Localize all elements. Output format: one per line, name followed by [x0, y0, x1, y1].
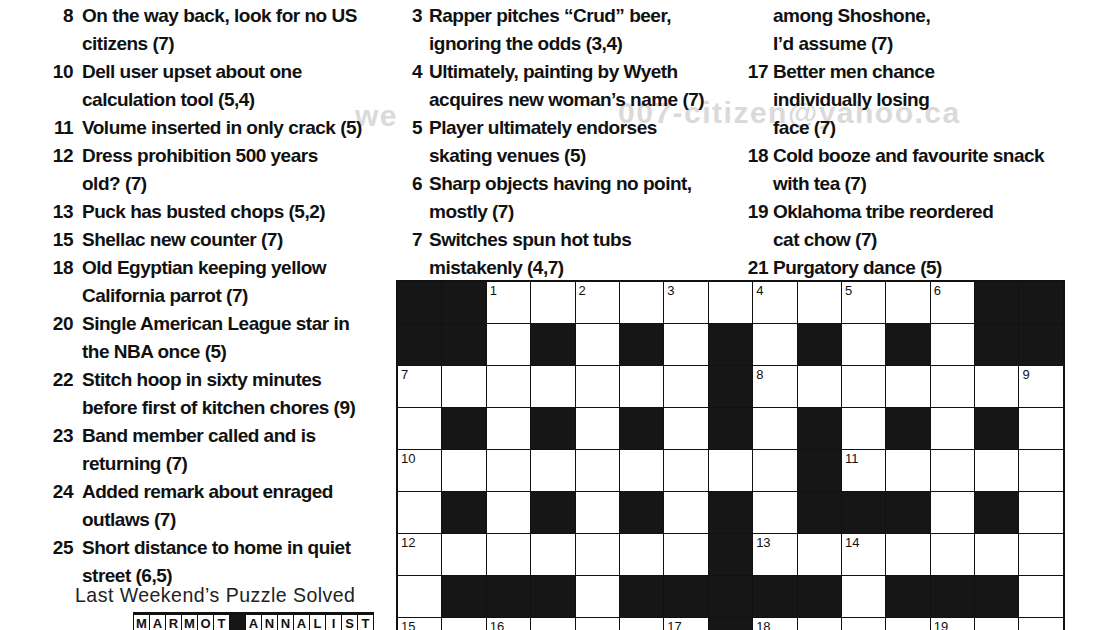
cell-number: 8 — [756, 367, 763, 382]
clue: 5Player ultimately endorsesskating venue… — [395, 114, 704, 170]
clue: 3Rapper pitches “Crud” beer,ignoring the… — [395, 2, 704, 58]
grid-cell[interactable] — [531, 450, 574, 491]
cell-number: 13 — [756, 535, 770, 550]
grid-cell[interactable] — [442, 618, 485, 630]
grid-cell[interactable] — [975, 366, 1018, 407]
grid-cell[interactable] — [442, 366, 485, 407]
solved-cell: L — [310, 615, 325, 630]
grid-cell[interactable] — [398, 576, 441, 617]
grid-cell[interactable] — [886, 450, 929, 491]
clue: 7Switches spun hot tubsmistakenly (4,7) — [395, 226, 704, 282]
clue-number: 10 — [0, 58, 73, 86]
grid-cell[interactable] — [886, 618, 929, 630]
grid-cell-black — [709, 534, 752, 575]
clue-number: 11 — [0, 114, 73, 142]
grid-cell-black — [886, 324, 929, 365]
grid-cell[interactable]: 10 — [398, 450, 441, 491]
grid-cell[interactable] — [442, 534, 485, 575]
cell-number: 15 — [401, 619, 415, 630]
grid-cell-black — [886, 408, 929, 449]
grid-cell[interactable] — [842, 408, 885, 449]
clue: 24Added remark about enragedoutlaws (7) — [0, 478, 362, 534]
grid-cell[interactable] — [931, 450, 974, 491]
grid-cell[interactable] — [531, 366, 574, 407]
grid-cell[interactable] — [442, 450, 485, 491]
down-clues-right-column: among Shoshone,I’d assume (7)17Better me… — [735, 2, 1044, 282]
grid-cell-black — [531, 408, 574, 449]
grid-cell[interactable] — [664, 408, 707, 449]
grid-cell[interactable] — [886, 282, 929, 323]
clue-text: Puck has busted chops (5,2) — [82, 198, 325, 226]
clue: 8On the way back, look for no UScitizens… — [0, 2, 362, 58]
grid-cell[interactable] — [1019, 450, 1062, 491]
grid-cell-black — [842, 492, 885, 533]
grid-cell[interactable]: 17 — [664, 618, 707, 630]
clue-text: Switches spun hot tubsmistakenly (4,7) — [429, 226, 631, 282]
grid-cell[interactable] — [842, 366, 885, 407]
clue-text: Rapper pitches “Crud” beer,ignoring the … — [429, 2, 671, 58]
solved-cell: O — [198, 615, 213, 630]
solved-cell: R — [166, 615, 181, 630]
solved-cell: N — [262, 615, 277, 630]
clue: 21Purgatory dance (5) — [735, 254, 1044, 282]
grid-cell[interactable] — [576, 324, 619, 365]
grid-cell[interactable] — [531, 282, 574, 323]
clue-number: 25 — [0, 534, 73, 562]
grid-cell[interactable]: 6 — [931, 282, 974, 323]
grid-cell[interactable] — [1019, 576, 1062, 617]
clue-number: 23 — [0, 422, 73, 450]
cell-number: 7 — [401, 367, 408, 382]
clue: 20Single American League star inthe NBA … — [0, 310, 362, 366]
clue-number: 20 — [0, 310, 73, 338]
clue-number: 15 — [0, 226, 73, 254]
grid-cell[interactable] — [886, 534, 929, 575]
grid-cell-black — [531, 576, 574, 617]
clue-number: 6 — [395, 170, 422, 198]
grid-cell[interactable]: 18 — [753, 618, 796, 630]
grid-cell-black — [620, 408, 663, 449]
grid-cell-black — [931, 576, 974, 617]
clue: 19Oklahoma tribe reorderedcat chow (7) — [735, 198, 1044, 254]
grid-cell[interactable] — [664, 366, 707, 407]
solved-cell: I — [326, 615, 341, 630]
solved-cell: A — [150, 615, 165, 630]
clue-number: 13 — [0, 198, 73, 226]
solved-cell: A — [246, 615, 261, 630]
clue-number: 8 — [0, 2, 73, 30]
grid-cell[interactable]: 16 — [487, 618, 530, 630]
clue-text: Player ultimately endorsesskating venues… — [429, 114, 657, 170]
grid-cell-black — [798, 408, 841, 449]
grid-cell[interactable] — [620, 534, 663, 575]
grid-cell[interactable] — [753, 492, 796, 533]
clue-text: Shellac new counter (7) — [82, 226, 283, 254]
solved-cell: S — [342, 615, 357, 630]
grid-cell[interactable] — [531, 534, 574, 575]
grid-cell[interactable]: 4 — [753, 282, 796, 323]
grid-cell-black — [798, 492, 841, 533]
grid-cell[interactable] — [753, 450, 796, 491]
grid-cell-black — [798, 324, 841, 365]
grid-cell[interactable] — [664, 450, 707, 491]
clue: 18Old Egyptian keeping yellowCalifornia … — [0, 254, 362, 310]
grid-cell-black — [398, 324, 441, 365]
grid-cell[interactable]: 2 — [576, 282, 619, 323]
grid-cell-black — [1019, 324, 1062, 365]
grid-cell[interactable] — [798, 366, 841, 407]
grid-cell-black — [442, 492, 485, 533]
solved-cell: T — [214, 615, 229, 630]
grid-cell[interactable] — [753, 324, 796, 365]
grid-cell[interactable] — [576, 534, 619, 575]
clue-number: 7 — [395, 226, 422, 254]
cell-number: 5 — [845, 283, 852, 298]
grid-cell[interactable]: 1 — [487, 282, 530, 323]
clue-text: Oklahoma tribe reorderedcat chow (7) — [773, 198, 993, 254]
clue: 25Short distance to home in quietstreet … — [0, 534, 362, 590]
grid-cell[interactable] — [531, 618, 574, 630]
clue-number: 3 — [395, 2, 422, 30]
grid-cell[interactable] — [398, 408, 441, 449]
grid-cell[interactable] — [487, 408, 530, 449]
clue-text: Stitch hoop in sixty minutesbefore first… — [82, 366, 355, 422]
grid-cell-black — [487, 576, 530, 617]
grid-cell[interactable] — [487, 366, 530, 407]
clue-text: Dress prohibition 500 yearsold? (7) — [82, 142, 318, 198]
grid-cell[interactable] — [886, 366, 929, 407]
grid-cell[interactable]: 9 — [1019, 366, 1062, 407]
grid-cell[interactable] — [487, 324, 530, 365]
grid-cell-black — [398, 282, 441, 323]
grid-cell[interactable] — [576, 492, 619, 533]
grid-cell[interactable]: 11 — [842, 450, 885, 491]
grid-cell[interactable] — [620, 282, 663, 323]
clue-text: Dell user upset about onecalculation too… — [82, 58, 302, 114]
grid-cell-black — [886, 576, 929, 617]
cell-number: 19 — [934, 619, 948, 630]
grid-cell-black — [975, 282, 1018, 323]
clue-number: 24 — [0, 478, 73, 506]
clue-text: Ultimately, painting by Wyethacquires ne… — [429, 58, 704, 114]
cell-number: 9 — [1022, 367, 1029, 382]
grid-cell-black — [709, 618, 752, 630]
grid-cell-black — [709, 324, 752, 365]
clue: 10Dell user upset about onecalculation t… — [0, 58, 362, 114]
clue-text: Old Egyptian keeping yellowCalifornia pa… — [82, 254, 326, 310]
cell-number: 14 — [845, 535, 859, 550]
solved-cell: A — [294, 615, 309, 630]
clue-text: Better men chanceindividually losingface… — [773, 58, 935, 142]
grid-cell[interactable] — [620, 618, 663, 630]
grid-cell[interactable] — [798, 282, 841, 323]
clue: 18Cold booze and favourite snackwith tea… — [735, 142, 1044, 198]
grid-cell[interactable] — [664, 492, 707, 533]
grid-cell-black — [975, 324, 1018, 365]
grid-cell-black — [442, 282, 485, 323]
solved-puzzle-heading: Last Weekend’s Puzzle Solved — [75, 583, 355, 607]
clue: 12Dress prohibition 500 yearsold? (7) — [0, 142, 362, 198]
grid-cell-black — [753, 576, 796, 617]
clue-number: 4 — [395, 58, 422, 86]
grid-cell[interactable] — [1019, 534, 1062, 575]
clue-number: 17 — [735, 58, 768, 86]
grid-cell[interactable] — [487, 492, 530, 533]
grid-cell-black — [442, 408, 485, 449]
grid-cell[interactable] — [487, 450, 530, 491]
grid-cell[interactable] — [931, 408, 974, 449]
grid-cell-black — [798, 576, 841, 617]
grid-cell-black — [709, 576, 752, 617]
cell-number: 17 — [667, 619, 681, 630]
grid-cell[interactable]: 5 — [842, 282, 885, 323]
cell-number: 3 — [667, 283, 674, 298]
down-clues-middle-column: 3Rapper pitches “Crud” beer,ignoring the… — [395, 2, 704, 282]
grid-cell-black — [1019, 282, 1062, 323]
newspaper-crossword-page: we 007-citizen@yahoo.ca 8On the way back… — [0, 0, 1104, 630]
grid-cell[interactable] — [931, 324, 974, 365]
grid-cell[interactable]: 13 — [753, 534, 796, 575]
grid-cell-black — [709, 366, 752, 407]
clue: 15Shellac new counter (7) — [0, 226, 362, 254]
clue-number: 12 — [0, 142, 73, 170]
clue-number: 5 — [395, 114, 422, 142]
clue-text: Short distance to home in quietstreet (6… — [82, 534, 350, 590]
clue-text: Volume inserted in only crack (5) — [82, 114, 362, 142]
grid-cell[interactable]: 14 — [842, 534, 885, 575]
clue: 4Ultimately, painting by Wyethacquires n… — [395, 58, 704, 114]
grid-cell[interactable] — [975, 450, 1018, 491]
grid-cell[interactable]: 7 — [398, 366, 441, 407]
grid-cell-black — [975, 408, 1018, 449]
grid-cell[interactable] — [664, 324, 707, 365]
cell-number: 2 — [579, 283, 586, 298]
grid-cell[interactable] — [842, 618, 885, 630]
clue: among Shoshone,I’d assume (7) — [735, 2, 1044, 58]
grid-cell[interactable] — [576, 366, 619, 407]
grid-cell-black — [709, 492, 752, 533]
clue-text: On the way back, look for no UScitizens … — [82, 2, 357, 58]
cell-number: 16 — [490, 619, 504, 630]
solved-puzzle-grid: MARMOTANNALIST — [133, 612, 374, 630]
grid-cell[interactable]: 3 — [664, 282, 707, 323]
grid-cell[interactable] — [1019, 618, 1062, 630]
grid-cell-black — [709, 408, 752, 449]
cell-number: 11 — [845, 451, 859, 466]
grid-cell-black — [442, 324, 485, 365]
grid-cell-black — [442, 576, 485, 617]
clue-text: Band member called and isreturning (7) — [82, 422, 316, 478]
clue: 6Sharp objects having no point,mostly (7… — [395, 170, 704, 226]
grid-cell[interactable] — [931, 366, 974, 407]
solved-cell-black — [230, 615, 245, 630]
clue: 23Band member called and isreturning (7) — [0, 422, 362, 478]
clue: 22Stitch hoop in sixty minutesbefore fir… — [0, 366, 362, 422]
grid-cell-black — [975, 492, 1018, 533]
grid-cell[interactable] — [798, 534, 841, 575]
grid-cell[interactable]: 12 — [398, 534, 441, 575]
clue-number: 18 — [0, 254, 73, 282]
grid-cell[interactable] — [398, 492, 441, 533]
grid-cell[interactable] — [1019, 492, 1062, 533]
grid-cell[interactable] — [798, 618, 841, 630]
grid-cell[interactable] — [753, 408, 796, 449]
clue-text: Purgatory dance (5) — [773, 254, 942, 282]
grid-cell[interactable] — [664, 534, 707, 575]
cell-number: 1 — [490, 283, 497, 298]
grid-cell[interactable] — [576, 618, 619, 630]
cell-number: 6 — [934, 283, 941, 298]
grid-cell[interactable]: 19 — [931, 618, 974, 630]
grid-cell[interactable] — [842, 324, 885, 365]
grid-cell-black — [798, 450, 841, 491]
grid-cell[interactable]: 15 — [398, 618, 441, 630]
clue-text: Cold booze and favourite snackwith tea (… — [773, 142, 1044, 198]
grid-cell[interactable] — [620, 366, 663, 407]
cell-number: 10 — [401, 451, 415, 466]
grid-cell[interactable] — [620, 450, 663, 491]
clue: 11Volume inserted in only crack (5) — [0, 114, 362, 142]
grid-cell[interactable] — [576, 450, 619, 491]
clue-text: among Shoshone,I’d assume (7) — [773, 2, 930, 58]
clue-text: Sharp objects having no point,mostly (7) — [429, 170, 692, 226]
grid-cell-black — [620, 576, 663, 617]
clue: 13Puck has busted chops (5,2) — [0, 198, 362, 226]
grid-cell-black — [531, 492, 574, 533]
grid-cell[interactable] — [709, 450, 752, 491]
grid-cell[interactable] — [487, 534, 530, 575]
grid-cell[interactable] — [576, 408, 619, 449]
grid-cell-black — [620, 324, 663, 365]
grid-cell-black — [886, 492, 929, 533]
clue-number: 19 — [735, 198, 768, 226]
grid-cell[interactable]: 8 — [753, 366, 796, 407]
cell-number: 18 — [756, 619, 770, 630]
solved-cell: M — [182, 615, 197, 630]
solved-cell: M — [134, 615, 149, 630]
grid-cell-black — [531, 324, 574, 365]
cell-number: 12 — [401, 535, 415, 550]
grid-cell-black — [975, 576, 1018, 617]
crossword-grid: 12345678910111213141516171819 — [396, 280, 1065, 630]
grid-cell[interactable] — [1019, 408, 1062, 449]
grid-cell[interactable] — [842, 576, 885, 617]
clue-text: Added remark about enragedoutlaws (7) — [82, 478, 333, 534]
cell-number: 4 — [756, 283, 763, 298]
solved-cell: T — [358, 615, 373, 630]
grid-cell[interactable] — [931, 492, 974, 533]
grid-cell[interactable] — [975, 534, 1018, 575]
grid-cell-black — [620, 492, 663, 533]
solved-cell: N — [278, 615, 293, 630]
grid-cell[interactable] — [709, 282, 752, 323]
clue: 17Better men chanceindividually losingfa… — [735, 58, 1044, 142]
clue-number: 18 — [735, 142, 768, 170]
clue-text: Single American League star inthe NBA on… — [82, 310, 349, 366]
grid-cell[interactable] — [975, 618, 1018, 630]
clue-number: 21 — [735, 254, 768, 282]
grid-cell[interactable] — [931, 534, 974, 575]
grid-cell[interactable] — [576, 576, 619, 617]
grid-cell-black — [664, 576, 707, 617]
across-clues-column: 8On the way back, look for no UScitizens… — [0, 2, 362, 590]
clue-number: 22 — [0, 366, 73, 394]
